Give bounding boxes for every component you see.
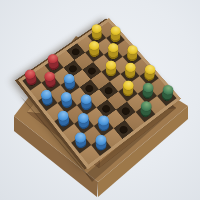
peg-hole bbox=[120, 105, 131, 116]
peg-hole bbox=[118, 124, 129, 135]
peg-hole bbox=[68, 64, 79, 74]
peg-hole bbox=[86, 66, 97, 76]
scene-background bbox=[0, 0, 200, 200]
